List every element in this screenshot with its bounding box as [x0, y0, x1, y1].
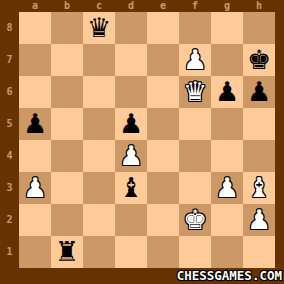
- square-c4[interactable]: [83, 140, 115, 172]
- square-b3[interactable]: [51, 172, 83, 204]
- square-b6[interactable]: [51, 76, 83, 108]
- square-f6[interactable]: ♛: [179, 76, 211, 108]
- file-label-a: a: [19, 0, 51, 12]
- square-e4[interactable]: [147, 140, 179, 172]
- square-e5[interactable]: [147, 108, 179, 140]
- square-d4[interactable]: ♟: [115, 140, 147, 172]
- square-a2[interactable]: [19, 204, 51, 236]
- white-queen-piece: ♛: [183, 76, 207, 108]
- square-e3[interactable]: [147, 172, 179, 204]
- square-g1[interactable]: [211, 236, 243, 268]
- square-g6[interactable]: ♟: [211, 76, 243, 108]
- file-label-g: g: [211, 0, 243, 12]
- square-a6[interactable]: [19, 76, 51, 108]
- square-f4[interactable]: [179, 140, 211, 172]
- site-watermark: CHESSGAMES.COM: [177, 268, 282, 283]
- file-label-e: e: [147, 0, 179, 12]
- square-a8[interactable]: [19, 12, 51, 44]
- square-h4[interactable]: [243, 140, 275, 172]
- rank-label-4: 4: [0, 140, 19, 172]
- black-pawn-piece: ♟: [119, 108, 143, 140]
- black-bishop-piece: ♝: [119, 172, 143, 204]
- square-c5[interactable]: [83, 108, 115, 140]
- square-a3[interactable]: ♟: [19, 172, 51, 204]
- square-c3[interactable]: [83, 172, 115, 204]
- black-pawn-piece: ♟: [247, 76, 271, 108]
- file-label-h: h: [243, 0, 275, 12]
- square-d6[interactable]: [115, 76, 147, 108]
- white-pawn-piece: ♟: [183, 44, 207, 76]
- chess-board: ♛♟♚♛♟♟♟♟♟♟♝♟♝♚♟♜: [19, 12, 275, 268]
- square-c2[interactable]: [83, 204, 115, 236]
- square-b4[interactable]: [51, 140, 83, 172]
- square-f7[interactable]: ♟: [179, 44, 211, 76]
- square-c1[interactable]: [83, 236, 115, 268]
- rank-label-3: 3: [0, 172, 19, 204]
- square-a7[interactable]: [19, 44, 51, 76]
- square-h5[interactable]: [243, 108, 275, 140]
- square-b8[interactable]: [51, 12, 83, 44]
- square-a4[interactable]: [19, 140, 51, 172]
- square-a1[interactable]: [19, 236, 51, 268]
- rank-label-8: 8: [0, 12, 19, 44]
- square-b2[interactable]: [51, 204, 83, 236]
- square-e2[interactable]: [147, 204, 179, 236]
- square-h6[interactable]: ♟: [243, 76, 275, 108]
- square-d5[interactable]: ♟: [115, 108, 147, 140]
- square-h8[interactable]: [243, 12, 275, 44]
- square-a5[interactable]: ♟: [19, 108, 51, 140]
- square-d8[interactable]: [115, 12, 147, 44]
- square-b7[interactable]: [51, 44, 83, 76]
- square-g7[interactable]: [211, 44, 243, 76]
- black-pawn-piece: ♟: [215, 76, 239, 108]
- square-c7[interactable]: [83, 44, 115, 76]
- white-pawn-piece: ♟: [247, 204, 271, 236]
- rank-label-2: 2: [0, 204, 19, 236]
- rank-label-6: 6: [0, 76, 19, 108]
- chess-board-frame: abcdefgh 87654321 ♛♟♚♛♟♟♟♟♟♟♝♟♝♚♟♜ CHESS…: [0, 0, 284, 284]
- square-d3[interactable]: ♝: [115, 172, 147, 204]
- square-g4[interactable]: [211, 140, 243, 172]
- square-g3[interactable]: ♟: [211, 172, 243, 204]
- black-queen-piece: ♛: [87, 12, 111, 44]
- square-h7[interactable]: ♚: [243, 44, 275, 76]
- square-h2[interactable]: ♟: [243, 204, 275, 236]
- rank-label-1: 1: [0, 236, 19, 268]
- square-d7[interactable]: [115, 44, 147, 76]
- square-f3[interactable]: [179, 172, 211, 204]
- white-king-piece: ♚: [183, 204, 207, 236]
- rank-label-7: 7: [0, 44, 19, 76]
- white-bishop-piece: ♝: [247, 172, 271, 204]
- square-f2[interactable]: ♚: [179, 204, 211, 236]
- square-f5[interactable]: [179, 108, 211, 140]
- black-rook-piece: ♜: [55, 236, 79, 268]
- square-g8[interactable]: [211, 12, 243, 44]
- file-label-c: c: [83, 0, 115, 12]
- white-pawn-piece: ♟: [215, 172, 239, 204]
- square-e1[interactable]: [147, 236, 179, 268]
- square-g5[interactable]: [211, 108, 243, 140]
- file-label-d: d: [115, 0, 147, 12]
- file-label-f: f: [179, 0, 211, 12]
- white-pawn-piece: ♟: [119, 140, 143, 172]
- square-h3[interactable]: ♝: [243, 172, 275, 204]
- square-b5[interactable]: [51, 108, 83, 140]
- square-d1[interactable]: [115, 236, 147, 268]
- square-c6[interactable]: [83, 76, 115, 108]
- square-f8[interactable]: [179, 12, 211, 44]
- square-e8[interactable]: [147, 12, 179, 44]
- square-e6[interactable]: [147, 76, 179, 108]
- square-h1[interactable]: [243, 236, 275, 268]
- black-pawn-piece: ♟: [23, 108, 47, 140]
- file-label-b: b: [51, 0, 83, 12]
- square-c8[interactable]: ♛: [83, 12, 115, 44]
- square-f1[interactable]: [179, 236, 211, 268]
- rank-label-5: 5: [0, 108, 19, 140]
- white-pawn-piece: ♟: [23, 172, 47, 204]
- square-g2[interactable]: [211, 204, 243, 236]
- square-b1[interactable]: ♜: [51, 236, 83, 268]
- black-king-piece: ♚: [247, 44, 271, 76]
- square-e7[interactable]: [147, 44, 179, 76]
- square-d2[interactable]: [115, 204, 147, 236]
